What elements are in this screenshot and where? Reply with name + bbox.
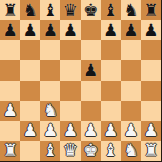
piece-white-pawn[interactable]: ♟: [23, 122, 38, 139]
piece-white-pawn[interactable]: ♟: [83, 122, 98, 139]
piece-black-knight[interactable]: ♞: [123, 1, 138, 18]
square-a7[interactable]: ♟: [0, 20, 20, 40]
square-b8[interactable]: ♞: [20, 0, 40, 20]
square-d4[interactable]: [60, 81, 80, 101]
square-e5[interactable]: ♟: [81, 60, 101, 80]
square-d3[interactable]: [60, 101, 80, 121]
square-c6[interactable]: [40, 40, 60, 60]
piece-white-pawn[interactable]: ♟: [43, 122, 58, 139]
square-b5[interactable]: [20, 60, 40, 80]
square-g2[interactable]: ♟: [121, 121, 141, 141]
piece-white-knight[interactable]: ♞: [123, 142, 138, 159]
square-e3[interactable]: [81, 101, 101, 121]
square-e8[interactable]: ♚: [81, 0, 101, 20]
piece-black-rook[interactable]: ♜: [143, 1, 158, 18]
chess-board: ♜♞♝♛♚♝♞♜♟♟♟♟♟♟♟♟♟♞♟♟♟♟♟♟♟♜♝♛♚♝♞♜: [0, 0, 162, 162]
square-a4[interactable]: [0, 81, 20, 101]
square-h6[interactable]: [141, 40, 161, 60]
piece-black-rook[interactable]: ♜: [2, 1, 17, 18]
piece-black-pawn[interactable]: ♟: [143, 21, 158, 38]
square-a1[interactable]: ♜: [0, 141, 20, 161]
square-d7[interactable]: ♟: [60, 20, 80, 40]
piece-white-pawn[interactable]: ♟: [2, 102, 17, 119]
square-c1[interactable]: ♝: [40, 141, 60, 161]
square-c4[interactable]: [40, 81, 60, 101]
square-c7[interactable]: ♟: [40, 20, 60, 40]
square-b2[interactable]: ♟: [20, 121, 40, 141]
square-h4[interactable]: [141, 81, 161, 101]
square-b3[interactable]: [20, 101, 40, 121]
piece-black-pawn[interactable]: ♟: [43, 21, 58, 38]
square-b1[interactable]: [20, 141, 40, 161]
square-f6[interactable]: [101, 40, 121, 60]
square-g4[interactable]: [121, 81, 141, 101]
square-d5[interactable]: [60, 60, 80, 80]
square-e4[interactable]: [81, 81, 101, 101]
piece-white-queen[interactable]: ♛: [63, 142, 78, 159]
square-c2[interactable]: ♟: [40, 121, 60, 141]
piece-black-king[interactable]: ♚: [83, 1, 98, 18]
square-a8[interactable]: ♜: [0, 0, 20, 20]
square-f2[interactable]: ♟: [101, 121, 121, 141]
square-e2[interactable]: ♟: [81, 121, 101, 141]
square-b4[interactable]: [20, 81, 40, 101]
piece-white-pawn[interactable]: ♟: [123, 122, 138, 139]
piece-black-pawn[interactable]: ♟: [2, 21, 17, 38]
square-h5[interactable]: [141, 60, 161, 80]
square-d6[interactable]: [60, 40, 80, 60]
square-g3[interactable]: [121, 101, 141, 121]
piece-white-king[interactable]: ♚: [83, 142, 98, 159]
square-g7[interactable]: ♟: [121, 20, 141, 40]
square-b7[interactable]: ♟: [20, 20, 40, 40]
piece-white-knight[interactable]: ♞: [43, 102, 58, 119]
square-g5[interactable]: [121, 60, 141, 80]
piece-white-pawn[interactable]: ♟: [63, 122, 78, 139]
piece-white-pawn[interactable]: ♟: [103, 122, 118, 139]
square-h8[interactable]: ♜: [141, 0, 161, 20]
square-f8[interactable]: ♝: [101, 0, 121, 20]
square-b6[interactable]: [20, 40, 40, 60]
piece-black-queen[interactable]: ♛: [63, 1, 78, 18]
square-e1[interactable]: ♚: [81, 141, 101, 161]
piece-white-rook[interactable]: ♜: [2, 142, 17, 159]
square-a6[interactable]: [0, 40, 20, 60]
square-d2[interactable]: ♟: [60, 121, 80, 141]
piece-black-bishop[interactable]: ♝: [103, 1, 118, 18]
square-d1[interactable]: ♛: [60, 141, 80, 161]
piece-black-pawn[interactable]: ♟: [63, 21, 78, 38]
square-d8[interactable]: ♛: [60, 0, 80, 20]
square-c3[interactable]: ♞: [40, 101, 60, 121]
square-e7[interactable]: [81, 20, 101, 40]
square-a3[interactable]: ♟: [0, 101, 20, 121]
square-h3[interactable]: [141, 101, 161, 121]
square-f1[interactable]: ♝: [101, 141, 121, 161]
square-e6[interactable]: [81, 40, 101, 60]
piece-black-pawn[interactable]: ♟: [103, 21, 118, 38]
square-g6[interactable]: [121, 40, 141, 60]
square-a5[interactable]: [0, 60, 20, 80]
square-h2[interactable]: ♟: [141, 121, 161, 141]
square-c5[interactable]: [40, 60, 60, 80]
square-g8[interactable]: ♞: [121, 0, 141, 20]
piece-black-pawn[interactable]: ♟: [83, 61, 98, 78]
square-f3[interactable]: [101, 101, 121, 121]
square-c8[interactable]: ♝: [40, 0, 60, 20]
piece-black-pawn[interactable]: ♟: [123, 21, 138, 38]
piece-black-pawn[interactable]: ♟: [23, 21, 38, 38]
piece-white-pawn[interactable]: ♟: [143, 122, 158, 139]
square-g1[interactable]: ♞: [121, 141, 141, 161]
square-f7[interactable]: ♟: [101, 20, 121, 40]
piece-black-knight[interactable]: ♞: [23, 1, 38, 18]
square-f5[interactable]: [101, 60, 121, 80]
square-a2[interactable]: [0, 121, 20, 141]
piece-white-rook[interactable]: ♜: [143, 142, 158, 159]
square-f4[interactable]: [101, 81, 121, 101]
square-h7[interactable]: ♟: [141, 20, 161, 40]
square-h1[interactable]: ♜: [141, 141, 161, 161]
piece-white-bishop[interactable]: ♝: [103, 142, 118, 159]
piece-black-bishop[interactable]: ♝: [43, 1, 58, 18]
piece-white-bishop[interactable]: ♝: [43, 142, 58, 159]
